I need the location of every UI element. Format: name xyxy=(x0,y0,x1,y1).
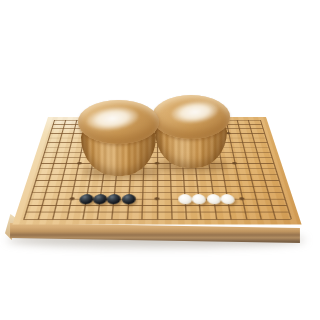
right-bowl-lid xyxy=(152,95,230,139)
star-point xyxy=(232,162,237,165)
grid-line-horizontal xyxy=(32,192,283,193)
white-stone xyxy=(206,194,221,204)
black-stone xyxy=(78,194,93,204)
white-stone xyxy=(178,194,192,204)
go-set-photo xyxy=(0,0,320,320)
black-stone xyxy=(107,194,122,204)
white-stone xyxy=(220,194,235,204)
black-stone xyxy=(121,194,135,204)
black-stone xyxy=(93,194,108,204)
grid-line-horizontal xyxy=(35,180,278,181)
grid-line-horizontal xyxy=(25,212,288,213)
right-bowl-lid-highlight xyxy=(170,98,221,126)
left-bowl-lid-highlight xyxy=(85,104,141,133)
grid-line-horizontal xyxy=(33,186,280,187)
right-stone-bowl xyxy=(152,95,230,168)
star-point xyxy=(154,197,159,200)
white-stone xyxy=(192,194,207,204)
star-point xyxy=(239,197,245,200)
star-point xyxy=(69,197,75,200)
left-stone-bowl xyxy=(78,100,159,176)
grid-line-horizontal xyxy=(27,205,286,206)
grid-line-horizontal xyxy=(23,219,291,220)
left-bowl-lid xyxy=(78,100,159,144)
